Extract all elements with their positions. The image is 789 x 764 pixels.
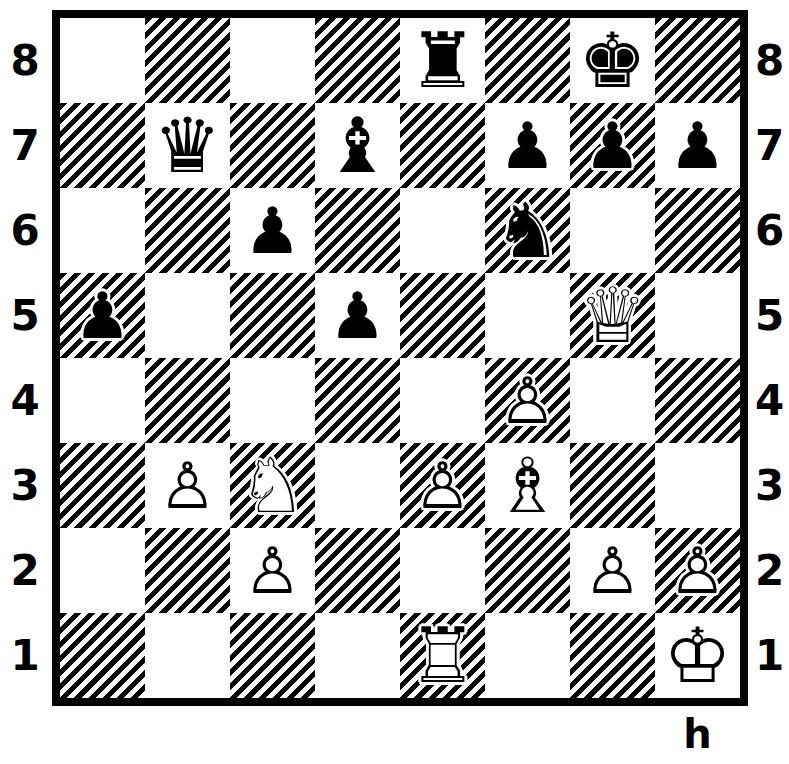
black-pawn[interactable]: ♟ — [485, 103, 570, 188]
white-pawn-fill: ♟ — [485, 358, 570, 443]
square-g1[interactable] — [570, 613, 655, 698]
square-e1[interactable]: ♜♖ — [400, 613, 485, 698]
square-h6[interactable] — [655, 188, 740, 273]
white-rook[interactable]: ♖ — [400, 613, 485, 698]
square-f5[interactable] — [485, 273, 570, 358]
white-pawn[interactable]: ♙ — [485, 358, 570, 443]
square-d1[interactable] — [315, 613, 400, 698]
square-c2[interactable]: ♟♙ — [230, 528, 315, 613]
square-a1[interactable] — [60, 613, 145, 698]
square-g2[interactable]: ♟♙ — [570, 528, 655, 613]
square-f1[interactable] — [485, 613, 570, 698]
square-c7[interactable] — [230, 103, 315, 188]
square-b7[interactable]: ♛ — [145, 103, 230, 188]
black-pawn[interactable]: ♟ — [230, 188, 315, 273]
square-h5[interactable] — [655, 273, 740, 358]
square-f4[interactable]: ♟♙ — [485, 358, 570, 443]
rank-label-right-8: 8 — [750, 18, 789, 103]
white-bishop-fill: ♝ — [485, 443, 570, 528]
rank-label-right-2: 2 — [750, 528, 789, 613]
rank-label-left-4: 4 — [0, 358, 50, 443]
square-a7[interactable] — [60, 103, 145, 188]
square-d8[interactable] — [315, 18, 400, 103]
black-bishop[interactable]: ♝ — [315, 103, 400, 188]
black-rook[interactable]: ♜ — [400, 18, 485, 103]
square-e2[interactable] — [400, 528, 485, 613]
square-g6[interactable] — [570, 188, 655, 273]
square-h3[interactable] — [655, 443, 740, 528]
square-g7[interactable]: ♟ — [570, 103, 655, 188]
square-b5[interactable] — [145, 273, 230, 358]
square-a4[interactable] — [60, 358, 145, 443]
square-b4[interactable] — [145, 358, 230, 443]
white-king-fill: ♚ — [655, 613, 740, 698]
square-e5[interactable] — [400, 273, 485, 358]
square-b2[interactable] — [145, 528, 230, 613]
square-g8[interactable]: ♚ — [570, 18, 655, 103]
rank-label-left-1: 1 — [0, 613, 50, 698]
rank-label-left-5: 5 — [0, 273, 50, 358]
white-pawn-fill: ♟ — [145, 443, 230, 528]
square-d6[interactable] — [315, 188, 400, 273]
rank-label-right-5: 5 — [750, 273, 789, 358]
square-h8[interactable] — [655, 18, 740, 103]
square-f6[interactable]: ♞ — [485, 188, 570, 273]
square-g5[interactable]: ♛♕ — [570, 273, 655, 358]
square-f8[interactable] — [485, 18, 570, 103]
white-rook-fill: ♜ — [400, 613, 485, 698]
square-c1[interactable] — [230, 613, 315, 698]
square-a3[interactable] — [60, 443, 145, 528]
chess-board-frame: ♜♚♛♝♟♟♟♟♞♟♟♛♕♟♙♟♙♞♘♟♙♝♗♟♙♟♙♟♙♜♖♚♔ — [52, 10, 748, 706]
square-b8[interactable] — [145, 18, 230, 103]
white-queen-fill: ♛ — [570, 273, 655, 358]
square-d5[interactable]: ♟ — [315, 273, 400, 358]
square-c4[interactable] — [230, 358, 315, 443]
black-pawn[interactable]: ♟ — [655, 103, 740, 188]
square-e7[interactable] — [400, 103, 485, 188]
square-d2[interactable] — [315, 528, 400, 613]
square-c6[interactable]: ♟ — [230, 188, 315, 273]
square-d7[interactable]: ♝ — [315, 103, 400, 188]
black-pawn[interactable]: ♟ — [60, 273, 145, 358]
rank-label-left-6: 6 — [0, 188, 50, 273]
rank-label-left-2: 2 — [0, 528, 50, 613]
white-knight-fill: ♞ — [230, 443, 315, 528]
black-pawn[interactable]: ♟ — [315, 273, 400, 358]
rank-label-right-7: 7 — [750, 103, 789, 188]
black-king[interactable]: ♚ — [570, 18, 655, 103]
square-c5[interactable] — [230, 273, 315, 358]
rank-labels-right: 87654321 — [750, 18, 789, 698]
white-bishop[interactable]: ♗ — [485, 443, 570, 528]
white-pawn[interactable]: ♙ — [230, 528, 315, 613]
black-knight[interactable]: ♞ — [485, 188, 570, 273]
white-pawn-fill: ♟ — [230, 528, 315, 613]
square-h2[interactable]: ♟♙ — [655, 528, 740, 613]
chess-diagram-page: 87654321 ♜♚♛♝♟♟♟♟♞♟♟♛♕♟♙♟♙♞♘♟♙♝♗♟♙♟♙♟♙♜♖… — [0, 0, 789, 764]
square-a5[interactable]: ♟ — [60, 273, 145, 358]
rank-label-right-1: 1 — [750, 613, 789, 698]
square-f7[interactable]: ♟ — [485, 103, 570, 188]
square-a6[interactable] — [60, 188, 145, 273]
rank-labels-left: 87654321 — [0, 18, 50, 698]
rank-label-left-8: 8 — [0, 18, 50, 103]
square-c8[interactable] — [230, 18, 315, 103]
rank-label-right-4: 4 — [750, 358, 789, 443]
rank-label-right-6: 6 — [750, 188, 789, 273]
square-e4[interactable] — [400, 358, 485, 443]
square-b1[interactable] — [145, 613, 230, 698]
square-h1[interactable]: ♚♔ — [655, 613, 740, 698]
white-pawn[interactable]: ♙ — [570, 528, 655, 613]
rank-label-right-3: 3 — [750, 443, 789, 528]
square-h7[interactable]: ♟ — [655, 103, 740, 188]
square-g3[interactable] — [570, 443, 655, 528]
square-g4[interactable] — [570, 358, 655, 443]
square-e3[interactable]: ♟♙ — [400, 443, 485, 528]
white-king[interactable]: ♔ — [655, 613, 740, 698]
white-pawn[interactable]: ♙ — [400, 443, 485, 528]
white-queen[interactable]: ♕ — [570, 273, 655, 358]
rank-label-left-3: 3 — [0, 443, 50, 528]
chess-board: ♜♚♛♝♟♟♟♟♞♟♟♛♕♟♙♟♙♞♘♟♙♝♗♟♙♟♙♟♙♜♖♚♔ — [60, 18, 740, 698]
file-label-h: h — [655, 706, 740, 762]
square-b6[interactable] — [145, 188, 230, 273]
square-f3[interactable]: ♝♗ — [485, 443, 570, 528]
black-queen[interactable]: ♛ — [145, 103, 230, 188]
square-a8[interactable] — [60, 18, 145, 103]
white-pawn[interactable]: ♙ — [145, 443, 230, 528]
square-d3[interactable] — [315, 443, 400, 528]
white-pawn-fill: ♟ — [400, 443, 485, 528]
white-knight[interactable]: ♘ — [230, 443, 315, 528]
white-pawn[interactable]: ♙ — [655, 528, 740, 613]
white-pawn-fill: ♟ — [655, 528, 740, 613]
rank-label-left-7: 7 — [0, 103, 50, 188]
square-a2[interactable] — [60, 528, 145, 613]
square-e8[interactable]: ♜ — [400, 18, 485, 103]
white-pawn-fill: ♟ — [570, 528, 655, 613]
square-b3[interactable]: ♟♙ — [145, 443, 230, 528]
black-pawn[interactable]: ♟ — [570, 103, 655, 188]
square-h4[interactable] — [655, 358, 740, 443]
square-d4[interactable] — [315, 358, 400, 443]
square-e6[interactable] — [400, 188, 485, 273]
square-f2[interactable] — [485, 528, 570, 613]
square-c3[interactable]: ♞♘ — [230, 443, 315, 528]
